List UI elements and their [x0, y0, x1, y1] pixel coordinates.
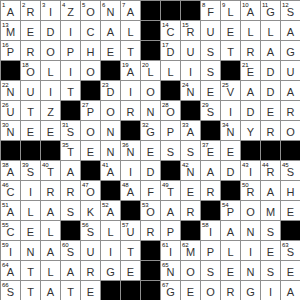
cell-r6c9[interactable]: 28O: [161, 101, 181, 121]
cell-r7c9[interactable]: P: [161, 121, 181, 141]
cell-r9c8[interactable]: D: [141, 161, 161, 181]
clue-number: 34: [222, 121, 228, 129]
cell-r9c13[interactable]: 43I: [241, 161, 261, 181]
clue-number: 10: [242, 1, 248, 9]
cell-letter: O: [41, 47, 60, 58]
cell-letter: N: [241, 267, 260, 278]
cell-letter: E: [201, 147, 220, 158]
cell-r1c13[interactable]: 10A: [241, 1, 261, 21]
cell-r15c15[interactable]: A: [281, 281, 300, 300]
cell-r15c9[interactable]: 67G: [161, 281, 181, 300]
cell-r9c12[interactable]: D: [221, 161, 241, 181]
cell-r13c11[interactable]: P: [201, 241, 221, 261]
cell-r13c13[interactable]: I: [241, 241, 261, 261]
cell-r5c13[interactable]: A: [241, 81, 261, 101]
cell-r14c6[interactable]: G: [101, 261, 121, 281]
cell-letter: G: [241, 287, 260, 298]
cell-letter: E: [81, 287, 100, 298]
cell-r14c2[interactable]: T: [21, 261, 41, 281]
cell-r10c7[interactable]: 48A: [121, 181, 141, 201]
cell-r15c13[interactable]: G: [241, 281, 261, 300]
cell-letter: S: [181, 147, 200, 158]
cell-r14c4[interactable]: A: [61, 261, 81, 281]
cell-r10c9[interactable]: 49T: [161, 181, 181, 201]
cell-r4c11[interactable]: S: [201, 61, 221, 81]
cell-r2c9[interactable]: 14C: [161, 21, 181, 41]
cell-r12c13[interactable]: N: [241, 221, 261, 241]
cell-letter: A: [261, 47, 280, 58]
cell-r1c11[interactable]: 8F: [201, 1, 221, 21]
cell-r3c6[interactable]: E: [101, 41, 121, 61]
cell-r11c3[interactable]: A: [41, 201, 61, 221]
cell-r8c8[interactable]: E: [141, 141, 161, 161]
cell-r8c5[interactable]: E: [81, 141, 101, 161]
cell-r10c13[interactable]: 50R: [241, 181, 261, 201]
cell-r4c3[interactable]: L: [41, 61, 61, 81]
cell-r14c8: [141, 261, 161, 281]
cell-letter: A: [241, 87, 260, 98]
cell-r7c6[interactable]: N: [101, 121, 121, 141]
cell-r3c2[interactable]: R: [21, 41, 41, 61]
cell-r10c6: [101, 181, 121, 201]
cell-r6c15[interactable]: R: [281, 101, 300, 121]
cell-r5c12[interactable]: 25V: [221, 81, 241, 101]
cell-r11c4[interactable]: S: [61, 201, 81, 221]
cell-r8c15: [281, 141, 300, 161]
clue-number: 66: [2, 281, 8, 289]
cell-r12c11[interactable]: 58I: [201, 221, 221, 241]
cell-letter: O: [141, 207, 160, 218]
cell-r7c14[interactable]: R: [261, 121, 281, 141]
cell-r2c14[interactable]: L: [261, 21, 281, 41]
cell-r8c11[interactable]: 37E: [201, 141, 221, 161]
cell-letter: E: [281, 207, 300, 218]
cell-r13c9[interactable]: 61I: [161, 241, 181, 261]
cell-letter: A: [281, 27, 300, 38]
cell-letter: A: [121, 187, 140, 198]
cell-r3c15[interactable]: G: [281, 41, 300, 61]
cell-r11c7: [121, 201, 141, 221]
cell-r4c9[interactable]: L: [161, 61, 181, 81]
cell-r14c1[interactable]: 64A: [1, 261, 21, 281]
cell-letter: L: [41, 267, 60, 278]
cell-r8c13: [241, 141, 261, 161]
cell-letter: D: [261, 67, 280, 78]
cell-r10c11[interactable]: R: [201, 181, 221, 201]
clue-number: 33: [182, 121, 188, 129]
clue-number: 22: [2, 81, 8, 89]
clue-number: 32: [142, 121, 148, 129]
cell-r12c12[interactable]: A: [221, 221, 241, 241]
cell-r8c12[interactable]: E: [221, 141, 241, 161]
cell-r2c15[interactable]: A: [281, 21, 300, 41]
cell-r13c1[interactable]: 59I: [1, 241, 21, 261]
cell-r12c3[interactable]: L: [41, 221, 61, 241]
cell-r10c15[interactable]: H: [281, 181, 300, 201]
cell-r8c9[interactable]: S: [161, 141, 181, 161]
cell-r14c15[interactable]: E: [281, 261, 300, 281]
cell-r12c7[interactable]: 57U: [121, 221, 141, 241]
cell-letter: L: [221, 7, 240, 18]
cell-letter: E: [141, 147, 160, 158]
cell-r8c3: [41, 141, 61, 161]
cell-r1c12[interactable]: 9L: [221, 1, 241, 21]
cell-letter: L: [121, 27, 140, 38]
clue-number: 51: [2, 201, 8, 209]
cell-r10c5[interactable]: 47O: [81, 181, 101, 201]
clue-number: 25: [222, 81, 228, 89]
cell-r11c5[interactable]: K: [81, 201, 101, 221]
cell-r11c11: [201, 201, 221, 221]
cell-r1c1[interactable]: 1A: [1, 1, 21, 21]
cell-r5c1[interactable]: 22N: [1, 81, 21, 101]
cell-r13c6[interactable]: I: [101, 241, 121, 261]
cell-letter: O: [81, 127, 100, 138]
cell-r3c10[interactable]: U: [181, 41, 201, 61]
cell-r3c1[interactable]: 16P: [1, 41, 21, 61]
cell-letter: A: [1, 167, 20, 178]
cell-r13c7[interactable]: T: [121, 241, 141, 261]
cell-letter: E: [261, 107, 280, 118]
cell-r8c7[interactable]: 36N: [121, 141, 141, 161]
cell-r6c14[interactable]: E: [261, 101, 281, 121]
clue-number: 11: [262, 1, 268, 9]
cell-letter: L: [261, 27, 280, 38]
cell-r1c4[interactable]: 4Z: [61, 1, 81, 21]
cell-r3c5[interactable]: H: [81, 41, 101, 61]
cell-r3c3[interactable]: O: [41, 41, 61, 61]
clue-number: 12: [282, 1, 288, 9]
cell-r8c4[interactable]: 35T: [61, 141, 81, 161]
cell-r12c9[interactable]: P: [161, 221, 181, 241]
cell-r4c7[interactable]: 19A: [121, 61, 141, 81]
cell-r5c2[interactable]: U: [21, 81, 41, 101]
cell-r5c4[interactable]: T: [61, 81, 81, 101]
cell-r12c8[interactable]: R: [141, 221, 161, 241]
cell-r14c10[interactable]: O: [181, 261, 201, 281]
cell-r4c5[interactable]: O: [81, 61, 101, 81]
cell-r11c9[interactable]: A: [161, 201, 181, 221]
clue-number: 1: [2, 1, 5, 9]
cell-r5c15[interactable]: A: [281, 81, 300, 101]
clue-number: 5: [82, 1, 85, 9]
cell-r4c10[interactable]: I: [181, 61, 201, 81]
cell-r1c5[interactable]: 5O: [81, 1, 101, 21]
clue-number: 49: [162, 181, 168, 189]
cell-r1c15[interactable]: 12S: [281, 1, 300, 21]
cell-r1c6[interactable]: 6N: [101, 1, 121, 21]
cell-r13c5[interactable]: U: [81, 241, 101, 261]
cell-r15c1[interactable]: 66S: [1, 281, 21, 300]
cell-r7c10[interactable]: 33A: [181, 121, 201, 141]
crossword-grid: 1A2R3I4Z5O6N7A8F9L10A11G12S13MEDICAL14C1…: [0, 0, 300, 300]
cell-r2c7[interactable]: L: [121, 21, 141, 41]
cell-r2c11[interactable]: U: [201, 21, 221, 41]
cell-r6c12[interactable]: I: [221, 101, 241, 121]
cell-r12c1[interactable]: 55C: [1, 221, 21, 241]
cell-r10c1[interactable]: 46C: [1, 181, 21, 201]
cell-r7c15[interactable]: O: [281, 121, 300, 141]
cell-r6c3[interactable]: Z: [41, 101, 61, 121]
cell-r15c12[interactable]: R: [221, 281, 241, 300]
cell-letter: O: [181, 267, 200, 278]
cell-letter: I: [161, 247, 180, 258]
cell-r8c6[interactable]: N: [101, 141, 121, 161]
cell-letter: D: [141, 167, 160, 178]
cell-r14c11[interactable]: S: [201, 261, 221, 281]
clue-number: 29: [202, 101, 208, 109]
cell-r13c10[interactable]: 62M: [181, 241, 201, 261]
cell-r14c12[interactable]: E: [221, 261, 241, 281]
cell-r14c7[interactable]: E: [121, 261, 141, 281]
cell-letter: E: [181, 287, 200, 298]
cell-r13c15[interactable]: 63S: [281, 241, 300, 261]
clue-number: 38: [2, 161, 8, 169]
cell-r12c14[interactable]: S: [261, 221, 281, 241]
cell-letter: I: [61, 27, 80, 38]
cell-r11c6[interactable]: 52A: [101, 201, 121, 221]
clue-number: 35: [62, 141, 68, 149]
cell-r12c6[interactable]: L: [101, 221, 121, 241]
cell-letter: C: [1, 227, 20, 238]
cell-r1c3[interactable]: 3I: [41, 1, 61, 21]
cell-r8c14: [261, 141, 281, 161]
cell-r6c5[interactable]: 27P: [81, 101, 101, 121]
cell-r14c3[interactable]: L: [41, 261, 61, 281]
cell-r9c1[interactable]: 38A: [1, 161, 21, 181]
cell-r9c7[interactable]: I: [121, 161, 141, 181]
cell-letter: I: [261, 287, 280, 298]
cell-letter: H: [281, 187, 300, 198]
cell-r13c14[interactable]: E: [261, 241, 281, 261]
cell-r14c14[interactable]: S: [261, 261, 281, 281]
cell-r4c2[interactable]: 18O: [21, 61, 41, 81]
cell-letter: S: [281, 167, 300, 178]
cell-r11c1[interactable]: 51A: [1, 201, 21, 221]
cell-letter: L: [221, 247, 240, 258]
cell-letter: U: [121, 227, 140, 238]
cell-r11c8[interactable]: 53O: [141, 201, 161, 221]
cell-r2c1[interactable]: 13M: [1, 21, 21, 41]
cell-letter: G: [161, 287, 180, 298]
cell-r2c13[interactable]: L: [241, 21, 261, 41]
cell-letter: O: [81, 67, 100, 78]
cell-r7c5[interactable]: O: [81, 121, 101, 141]
cell-letter: T: [121, 247, 140, 258]
cell-letter: T: [61, 287, 80, 298]
cell-letter: E: [21, 227, 40, 238]
cell-letter: A: [241, 7, 260, 18]
cell-r10c3[interactable]: R: [41, 181, 61, 201]
cell-letter: R: [261, 167, 280, 178]
cell-r10c4[interactable]: R: [61, 181, 81, 201]
cell-letter: E: [261, 247, 280, 258]
clue-number: 15: [182, 21, 188, 29]
cell-r3c12[interactable]: T: [221, 41, 241, 61]
cell-letter: T: [121, 47, 140, 58]
cell-r14c13[interactable]: N: [241, 261, 261, 281]
cell-r9c15[interactable]: 45S: [281, 161, 300, 181]
cell-letter: G: [141, 127, 160, 138]
cell-letter: R: [121, 107, 140, 118]
cell-r2c12[interactable]: E: [221, 21, 241, 41]
cell-r10c14[interactable]: A: [261, 181, 281, 201]
cell-r15c5[interactable]: E: [81, 281, 101, 300]
cell-r5c3[interactable]: I: [41, 81, 61, 101]
cell-r6c4: [61, 101, 81, 121]
cell-r15c11[interactable]: O: [201, 281, 221, 300]
cell-letter: A: [261, 187, 280, 198]
cell-r5c11[interactable]: E: [201, 81, 221, 101]
cell-r7c3[interactable]: E: [41, 121, 61, 141]
cell-r7c1[interactable]: 30N: [1, 121, 21, 141]
clue-number: 54: [222, 201, 228, 209]
cell-r7c12[interactable]: 34N: [221, 121, 241, 141]
clue-number: 20: [142, 61, 148, 69]
cell-r13c4[interactable]: 60S: [61, 241, 81, 261]
cell-r12c5[interactable]: 56S: [81, 221, 101, 241]
cell-r2c5[interactable]: C: [81, 21, 101, 41]
cell-r15c4[interactable]: T: [61, 281, 81, 300]
cell-r11c14[interactable]: M: [261, 201, 281, 221]
cell-r6c1[interactable]: 26U: [1, 101, 21, 121]
cell-r6c7[interactable]: R: [121, 101, 141, 121]
cell-r2c3[interactable]: D: [41, 21, 61, 41]
cell-r5c7[interactable]: I: [121, 81, 141, 101]
cell-r13c2[interactable]: N: [21, 241, 41, 261]
cell-r6c2[interactable]: T: [21, 101, 41, 121]
cell-r8c10[interactable]: S: [181, 141, 201, 161]
cell-r6c8[interactable]: N: [141, 101, 161, 121]
cell-letter: M: [1, 27, 20, 38]
cell-r6c6[interactable]: O: [101, 101, 121, 121]
cell-letter: D: [261, 87, 280, 98]
clue-number: 48: [122, 181, 128, 189]
cell-letter: I: [121, 167, 140, 178]
cell-r2c4[interactable]: I: [61, 21, 81, 41]
cell-r14c9[interactable]: 65N: [161, 261, 181, 281]
cell-letter: F: [201, 7, 220, 18]
cell-letter: C: [81, 27, 100, 38]
cell-r5c10[interactable]: 24N: [181, 81, 201, 101]
cell-r10c2[interactable]: I: [21, 181, 41, 201]
cell-r2c10[interactable]: 15R: [181, 21, 201, 41]
clue-number: 53: [142, 201, 148, 209]
clue-number: 39: [22, 161, 28, 169]
cell-letter: D: [221, 167, 240, 178]
cell-letter: H: [81, 47, 100, 58]
cell-r3c7[interactable]: T: [121, 41, 141, 61]
cell-r3c4[interactable]: P: [61, 41, 81, 61]
cell-letter: O: [161, 107, 180, 118]
cell-r5c14[interactable]: D: [261, 81, 281, 101]
cell-r9c6[interactable]: 41A: [101, 161, 121, 181]
cell-letter: D: [241, 107, 260, 118]
cell-r4c8[interactable]: 20L: [141, 61, 161, 81]
cell-r11c2[interactable]: L: [21, 201, 41, 221]
cell-r15c3[interactable]: A: [41, 281, 61, 300]
cell-r4c13[interactable]: 21E: [241, 61, 261, 81]
cell-r1c14[interactable]: 11G: [261, 1, 281, 21]
cell-r4c14[interactable]: D: [261, 61, 281, 81]
clue-number: 8: [202, 1, 205, 9]
cell-r11c12[interactable]: 54P: [221, 201, 241, 221]
cell-r1c2[interactable]: 2R: [21, 1, 41, 21]
cell-letter: T: [41, 167, 60, 178]
cell-letter: F: [141, 187, 160, 198]
cell-r1c7[interactable]: 7A: [121, 1, 141, 21]
clue-number: 37: [202, 141, 208, 149]
clue-number: 14: [162, 21, 168, 29]
cell-r4c4[interactable]: I: [61, 61, 81, 81]
cell-r5c6[interactable]: 23D: [101, 81, 121, 101]
cell-letter: U: [201, 27, 220, 38]
cell-r15c10[interactable]: E: [181, 281, 201, 300]
cell-r14c5[interactable]: R: [81, 261, 101, 281]
cell-r13c12[interactable]: L: [221, 241, 241, 261]
clue-number: 31: [62, 121, 68, 129]
clue-number: 9: [222, 1, 225, 9]
cell-r10c8[interactable]: F: [141, 181, 161, 201]
cell-letter: N: [161, 267, 180, 278]
cell-r5c8[interactable]: O: [141, 81, 161, 101]
cell-letter: Z: [41, 107, 60, 118]
cell-letter: A: [1, 7, 20, 18]
cell-r9c11[interactable]: A: [201, 161, 221, 181]
cell-r15c14[interactable]: I: [261, 281, 281, 300]
cell-letter: L: [21, 207, 40, 218]
cell-r11c10[interactable]: R: [181, 201, 201, 221]
cell-r3c13[interactable]: R: [241, 41, 261, 61]
cell-r2c6[interactable]: A: [101, 21, 121, 41]
cell-r9c10[interactable]: 42N: [181, 161, 201, 181]
cell-r15c2[interactable]: T: [21, 281, 41, 300]
cell-r6c11[interactable]: 29S: [201, 101, 221, 121]
cell-letter: R: [241, 187, 260, 198]
cell-r3c11[interactable]: S: [201, 41, 221, 61]
cell-r10c10[interactable]: E: [181, 181, 201, 201]
cell-r3c14[interactable]: A: [261, 41, 281, 61]
cell-letter: P: [221, 207, 240, 218]
cell-r4c15[interactable]: U: [281, 61, 300, 81]
cell-r13c3[interactable]: A: [41, 241, 61, 261]
cell-r11c13[interactable]: O: [241, 201, 261, 221]
crossword-puzzle: 1A2R3I4Z5O6N7A8F9L10A11G12S13MEDICAL14C1…: [0, 0, 300, 300]
cell-letter: E: [101, 47, 120, 58]
cell-r12c2[interactable]: E: [21, 221, 41, 241]
cell-r1c8: [141, 1, 161, 21]
cell-r7c13[interactable]: Y: [241, 121, 261, 141]
cell-r7c2[interactable]: E: [21, 121, 41, 141]
cell-letter: U: [81, 247, 100, 258]
cell-r7c4[interactable]: 31S: [61, 121, 81, 141]
cell-letter: L: [161, 67, 180, 78]
cell-r15c6: [101, 281, 121, 300]
clue-number: 42: [182, 161, 188, 169]
cell-r6c13[interactable]: D: [241, 101, 261, 121]
cell-r9c3[interactable]: 40T: [41, 161, 61, 181]
cell-r7c8[interactable]: 32G: [141, 121, 161, 141]
cell-letter: P: [61, 47, 80, 58]
cell-letter: N: [101, 147, 120, 158]
cell-r3c9[interactable]: 17D: [161, 41, 181, 61]
cell-r9c14[interactable]: 44R: [261, 161, 281, 181]
cell-r9c2[interactable]: 39S: [21, 161, 41, 181]
cell-r9c4[interactable]: A: [61, 161, 81, 181]
cell-r2c2[interactable]: E: [21, 21, 41, 41]
cell-letter: S: [201, 67, 220, 78]
cell-r11c15[interactable]: E: [281, 201, 300, 221]
